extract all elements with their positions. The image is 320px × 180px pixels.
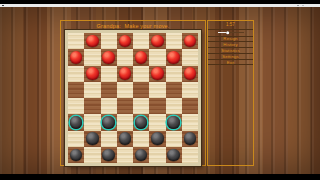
black-man[interactable] — [119, 132, 132, 145]
square-r1c2[interactable] — [84, 33, 100, 49]
black-man[interactable] — [70, 149, 83, 162]
square-r4c8 — [182, 82, 198, 98]
slider-knob-icon[interactable] — [226, 31, 230, 35]
square-r6c5[interactable] — [133, 114, 149, 130]
black-man[interactable] — [86, 132, 99, 145]
square-r7c7 — [166, 131, 182, 147]
square-r5c3 — [101, 98, 117, 114]
square-r6c8 — [182, 114, 198, 130]
square-r5c7 — [166, 98, 182, 114]
black-man[interactable] — [167, 149, 180, 162]
red-man[interactable] — [119, 35, 132, 48]
square-r6c1[interactable] — [68, 114, 84, 130]
red-man[interactable] — [184, 35, 197, 48]
square-r4c1[interactable] — [68, 82, 84, 98]
red-man[interactable] — [102, 51, 115, 64]
black-man[interactable] — [184, 132, 197, 145]
checkers-game-screen: Grandpa: Make your move. 1:57 Resign His… — [0, 0, 320, 180]
square-r8c5[interactable] — [133, 147, 149, 163]
square-r1c5 — [133, 33, 149, 49]
square-r2c5[interactable] — [133, 49, 149, 65]
square-r2c4 — [117, 49, 133, 65]
black-man[interactable] — [135, 149, 148, 162]
square-r5c5 — [133, 98, 149, 114]
square-r5c1 — [68, 98, 84, 114]
square-r7c5 — [133, 131, 149, 147]
square-r7c2[interactable] — [84, 131, 100, 147]
square-r1c6[interactable] — [149, 33, 165, 49]
square-r5c2[interactable] — [84, 98, 100, 114]
square-r7c1 — [68, 131, 84, 147]
square-r8c7[interactable] — [166, 147, 182, 163]
square-r1c4[interactable] — [117, 33, 133, 49]
red-man[interactable] — [167, 51, 180, 64]
black-man-highlighted[interactable] — [135, 116, 148, 129]
square-r2c3[interactable] — [101, 49, 117, 65]
square-r5c6[interactable] — [149, 98, 165, 114]
black-man[interactable] — [102, 149, 115, 162]
black-man-highlighted[interactable] — [70, 116, 83, 129]
game-timer: 1:57 — [208, 21, 253, 30]
black-man-highlighted[interactable] — [102, 116, 115, 129]
square-r2c6 — [149, 49, 165, 65]
square-r4c7[interactable] — [166, 82, 182, 98]
square-r8c3[interactable] — [101, 147, 117, 163]
red-man[interactable] — [151, 67, 164, 80]
red-man[interactable] — [70, 51, 83, 64]
square-r4c4 — [117, 82, 133, 98]
square-r3c5 — [133, 66, 149, 82]
square-r1c8[interactable] — [182, 33, 198, 49]
square-r3c4[interactable] — [117, 66, 133, 82]
red-man[interactable] — [86, 67, 99, 80]
black-man[interactable] — [151, 132, 164, 145]
square-r6c7[interactable] — [166, 114, 182, 130]
square-r4c3[interactable] — [101, 82, 117, 98]
red-man[interactable] — [184, 67, 197, 80]
square-r6c6 — [149, 114, 165, 130]
square-r6c4 — [117, 114, 133, 130]
checkers-board — [65, 30, 201, 166]
square-r2c2 — [84, 49, 100, 65]
slider-track[interactable] — [218, 32, 244, 33]
square-r7c6[interactable] — [149, 131, 165, 147]
square-r7c3 — [101, 131, 117, 147]
board-panel: Grandpa: Make your move. — [60, 20, 206, 166]
square-r6c2 — [84, 114, 100, 130]
square-r8c4 — [117, 147, 133, 163]
square-r3c7 — [166, 66, 182, 82]
square-r6c3[interactable] — [101, 114, 117, 130]
square-r3c8[interactable] — [182, 66, 198, 82]
square-r4c6 — [149, 82, 165, 98]
square-r2c7[interactable] — [166, 49, 182, 65]
red-man[interactable] — [86, 35, 99, 48]
square-r4c5[interactable] — [133, 82, 149, 98]
square-r1c7 — [166, 33, 182, 49]
side-menu-panel: 1:57 Resign History Statistics Settings … — [207, 20, 254, 166]
menu-item-exit[interactable]: Exit — [208, 60, 253, 66]
square-r8c1[interactable] — [68, 147, 84, 163]
square-r5c4[interactable] — [117, 98, 133, 114]
bottom-letterbox-bar — [0, 174, 320, 180]
square-r2c8 — [182, 49, 198, 65]
square-r3c1 — [68, 66, 84, 82]
square-r2c1[interactable] — [68, 49, 84, 65]
black-man-highlighted[interactable] — [167, 116, 180, 129]
square-r1c1 — [68, 33, 84, 49]
square-r1c3 — [101, 33, 117, 49]
turn-message: Grandpa: Make your move. — [61, 23, 205, 29]
red-man[interactable] — [119, 67, 132, 80]
square-r8c2 — [84, 147, 100, 163]
square-r3c6[interactable] — [149, 66, 165, 82]
square-r8c8 — [182, 147, 198, 163]
red-man[interactable] — [151, 35, 164, 48]
square-r8c6 — [149, 147, 165, 163]
square-r4c2 — [84, 82, 100, 98]
square-r5c8[interactable] — [182, 98, 198, 114]
square-r7c4[interactable] — [117, 131, 133, 147]
square-r3c2[interactable] — [84, 66, 100, 82]
square-r7c8[interactable] — [182, 131, 198, 147]
red-man[interactable] — [135, 51, 148, 64]
square-r3c3 — [101, 66, 117, 82]
